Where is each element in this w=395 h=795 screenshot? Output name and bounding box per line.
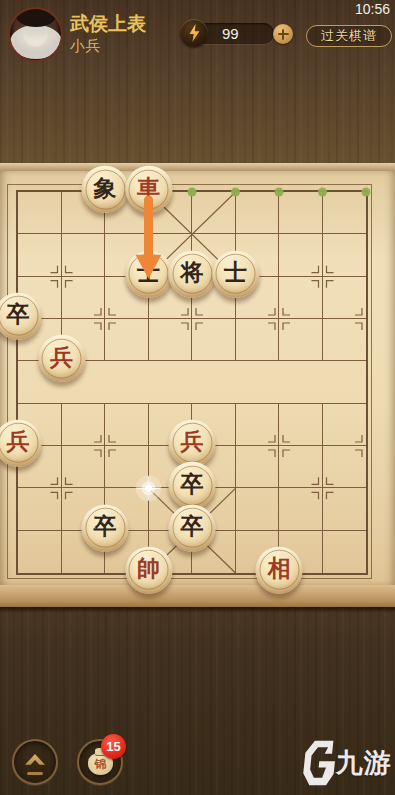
board-cell [279,277,323,319]
board-cell [105,361,149,403]
watermark: 九游 [298,739,392,787]
board-cell [279,319,323,361]
piece-red-soldier-3[interactable]: 兵 [169,420,216,467]
system-clock: 10:56 [355,1,390,17]
collapse-menu-button[interactable] [12,739,58,785]
piece-black-advisor-2[interactable]: 士 [212,250,259,297]
chevron-bar [27,772,43,775]
board-cell [323,488,367,530]
board-cell [279,234,323,276]
board-cell [18,234,62,276]
piece-black-general[interactable]: 将 [169,250,216,297]
add-energy-button[interactable] [273,24,293,44]
player-avatar[interactable] [8,7,63,62]
bag-notification-badge: 15 [101,734,126,759]
board-cell [18,488,62,530]
level-title: 武侯上表 [70,12,146,36]
player-rank: 小兵 [70,36,146,56]
board-front-edge [0,585,395,607]
piece-black-soldier-4[interactable]: 卒 [169,504,216,551]
board-surface: 象車士将士卒兵兵兵卒卒卒帥相 [0,171,395,585]
game-screen: 10:56 武侯上表 小兵 99 过关棋谱 象車士将士卒兵兵兵卒卒卒帥相 锦 1 [0,0,395,795]
board-cell [192,361,236,403]
board-cell [62,446,106,488]
piece-red-general[interactable]: 帥 [125,547,172,594]
niugame-logo-icon [298,739,336,787]
board-cell [18,531,62,573]
piece-black-advisor-1[interactable]: 士 [125,250,172,297]
board-cell [323,446,367,488]
board-cell [236,404,280,446]
piece-black-soldier-3[interactable]: 卒 [82,504,129,551]
board-cell [236,319,280,361]
board-cell [192,192,236,234]
piece-red-soldier-1[interactable]: 兵 [38,335,85,382]
player-title-block: 武侯上表 小兵 [70,12,146,56]
board-cell [149,319,193,361]
energy-value: 99 [222,25,239,42]
board-cell [323,319,367,361]
board-cell [323,277,367,319]
chevron-up-icon [25,754,45,769]
energy-icon-circle [180,19,208,47]
board-cell [279,488,323,530]
board-cell [192,319,236,361]
board-cell [279,446,323,488]
board-cell [323,531,367,573]
board-cell [323,234,367,276]
board-cell [236,361,280,403]
piece-black-soldier-2[interactable]: 卒 [169,462,216,509]
board-cell [105,404,149,446]
piece-black-elephant-1[interactable]: 象 [82,166,129,213]
piece-red-soldier-2[interactable]: 兵 [0,420,42,467]
board-cell [62,234,106,276]
board-cell [105,319,149,361]
board-cell [18,192,62,234]
piece-red-chariot-1[interactable]: 車 [125,166,172,213]
piece-red-elephant-1[interactable]: 相 [256,547,303,594]
board-cell [105,446,149,488]
lightning-icon [188,24,201,42]
board-cell [62,404,106,446]
board-cell [323,361,367,403]
board-cell [279,361,323,403]
puzzle-record-button[interactable]: 过关棋谱 [306,25,392,47]
watermark-text: 九游 [336,745,392,781]
xiangqi-board: 象車士将士卒兵兵兵卒卒卒帥相 [0,163,395,613]
board-cell [236,446,280,488]
board-cell [323,192,367,234]
board-cell [323,404,367,446]
board-cell [236,192,280,234]
board-cell [62,277,106,319]
board-cell [279,192,323,234]
board-cell [279,404,323,446]
piece-black-soldier-1[interactable]: 卒 [0,293,42,340]
board-cell [236,488,280,530]
board-cell [149,361,193,403]
board-shadow [0,607,395,613]
board-back-edge [0,163,395,171]
